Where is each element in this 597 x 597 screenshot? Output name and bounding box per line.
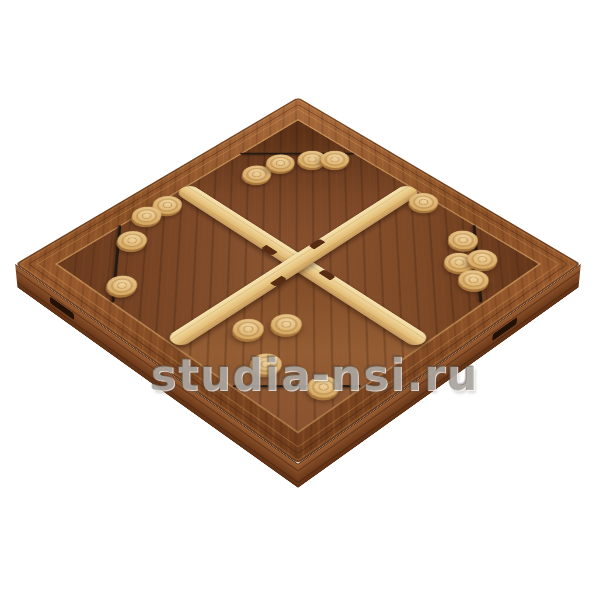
puck-bottom-quadrant[interactable] bbox=[264, 310, 308, 339]
elastic-cord-bottom-corner[interactable] bbox=[233, 385, 361, 387]
puck-bottom-quadrant[interactable] bbox=[244, 349, 289, 379]
puck-bottom-quadrant[interactable] bbox=[226, 315, 270, 344]
puck-bottom-quadrant[interactable] bbox=[301, 372, 346, 403]
puck-left-quadrant[interactable] bbox=[101, 272, 144, 300]
product-photo-scene: studia-nsi.ru bbox=[0, 0, 597, 597]
game-board bbox=[15, 97, 581, 464]
